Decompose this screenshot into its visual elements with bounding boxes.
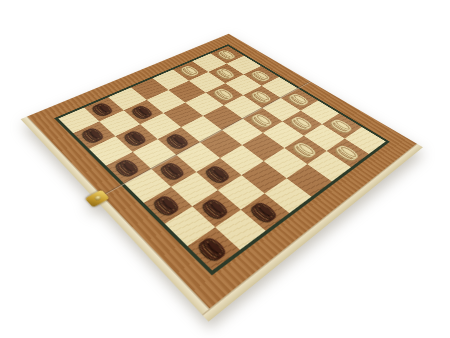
photo-background: ⛂⛂⛂⛂⛂⛂⛂⛂⛂⛂⛂⛂⛂⛂⛂⛂⛂⛂⛂⛂⛂⛂⛂⛂ — [0, 0, 450, 338]
checkers-board: ⛂⛂⛂⛂⛂⛂⛂⛂⛂⛂⛂⛂⛂⛂⛂⛂⛂⛂⛂⛂⛂⛂⛂⛂ — [27, 34, 416, 309]
board-grid: ⛂⛂⛂⛂⛂⛂⛂⛂⛂⛂⛂⛂⛂⛂⛂⛂⛂⛂⛂⛂⛂⛂⛂⛂ — [54, 44, 390, 275]
